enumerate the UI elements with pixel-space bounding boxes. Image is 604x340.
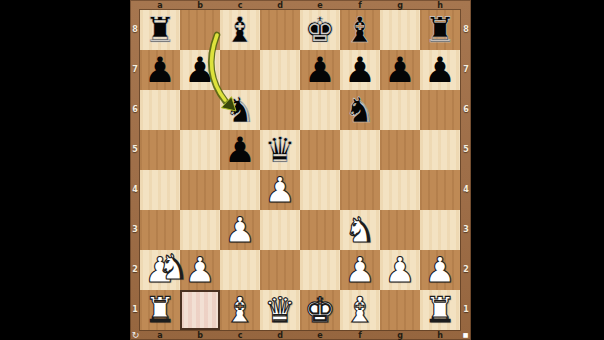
rank-label-6-right: 6	[461, 90, 471, 130]
square-c1[interactable]: ♝	[220, 290, 260, 330]
square-e3[interactable]	[300, 210, 340, 250]
white-pawn[interactable]: ♟	[380, 250, 420, 290]
square-c3[interactable]: ♟	[220, 210, 260, 250]
square-f3[interactable]: ♞	[340, 210, 380, 250]
rank-label-2-left: 2	[130, 250, 140, 290]
white-pawn[interactable]: ♟	[260, 170, 300, 210]
square-c4[interactable]	[220, 170, 260, 210]
black-bishop[interactable]: ♝	[340, 10, 380, 50]
square-e4[interactable]	[300, 170, 340, 210]
square-e5[interactable]	[300, 130, 340, 170]
square-h1[interactable]: ♜	[420, 290, 460, 330]
square-f5[interactable]	[340, 130, 380, 170]
white-pawn[interactable]: ♟	[340, 250, 380, 290]
square-c5[interactable]: ♟	[220, 130, 260, 170]
square-f7[interactable]: ♟	[340, 50, 380, 90]
square-g7[interactable]: ♟	[380, 50, 420, 90]
file-label-a-bottom: a	[140, 330, 180, 340]
chess-board: ♜♝♚♝♜♟♟♟♟♟♟♞♞♟♛♟♟♞♟♟♟♟♟♜♝♛♚♝♜ ↻ ■ aabbcc…	[130, 0, 471, 340]
black-pawn[interactable]: ♟	[180, 50, 220, 90]
square-d4[interactable]: ♟	[260, 170, 300, 210]
white-rook[interactable]: ♜	[420, 290, 460, 330]
square-d3[interactable]	[260, 210, 300, 250]
black-knight[interactable]: ♞	[220, 90, 260, 130]
square-b3[interactable]	[180, 210, 220, 250]
rank-label-3-right: 3	[461, 210, 471, 250]
square-c8[interactable]: ♝	[220, 10, 260, 50]
file-label-d-top: d	[260, 0, 300, 10]
black-knight[interactable]: ♞	[340, 90, 380, 130]
rank-label-5-left: 5	[130, 130, 140, 170]
square-a6[interactable]	[140, 90, 180, 130]
square-d6[interactable]	[260, 90, 300, 130]
black-pawn[interactable]: ♟	[380, 50, 420, 90]
rank-label-8-right: 8	[461, 10, 471, 50]
file-label-f-top: f	[340, 0, 380, 10]
square-g3[interactable]	[380, 210, 420, 250]
corner-square-icon: ■	[460, 330, 471, 340]
rank-label-7-right: 7	[461, 50, 471, 90]
square-e1[interactable]: ♚	[300, 290, 340, 330]
black-queen[interactable]: ♛	[260, 130, 300, 170]
square-e8[interactable]: ♚	[300, 10, 340, 50]
square-d8[interactable]	[260, 10, 300, 50]
square-f4[interactable]	[340, 170, 380, 210]
square-h2[interactable]: ♟	[420, 250, 460, 290]
square-c6[interactable]: ♞	[220, 90, 260, 130]
file-label-d-bottom: d	[260, 330, 300, 340]
square-e6[interactable]	[300, 90, 340, 130]
black-pawn[interactable]: ♟	[220, 130, 260, 170]
square-d1[interactable]: ♛	[260, 290, 300, 330]
white-king[interactable]: ♚	[300, 290, 340, 330]
square-g4[interactable]	[380, 170, 420, 210]
square-c2[interactable]	[220, 250, 260, 290]
square-h4[interactable]	[420, 170, 460, 210]
black-rook[interactable]: ♜	[140, 10, 180, 50]
square-h8[interactable]: ♜	[420, 10, 460, 50]
square-b1[interactable]	[180, 290, 220, 330]
file-label-b-top: b	[180, 0, 220, 10]
rank-label-3-left: 3	[130, 210, 140, 250]
square-h6[interactable]	[420, 90, 460, 130]
white-pawn[interactable]: ♟	[420, 250, 460, 290]
square-a7[interactable]: ♟	[140, 50, 180, 90]
square-g2[interactable]: ♟	[380, 250, 420, 290]
white-rook[interactable]: ♜	[140, 290, 180, 330]
file-label-h-bottom: h	[420, 330, 460, 340]
file-label-e-top: e	[300, 0, 340, 10]
square-b5[interactable]	[180, 130, 220, 170]
square-h7[interactable]: ♟	[420, 50, 460, 90]
rank-label-7-left: 7	[130, 50, 140, 90]
black-pawn[interactable]: ♟	[420, 50, 460, 90]
square-a8[interactable]: ♜	[140, 10, 180, 50]
square-a1[interactable]: ♜	[140, 290, 180, 330]
square-c7[interactable]	[220, 50, 260, 90]
rank-label-1-right: 1	[461, 290, 471, 330]
square-b8[interactable]	[180, 10, 220, 50]
file-label-a-top: a	[140, 0, 180, 10]
file-label-c-bottom: c	[220, 330, 260, 340]
square-g1[interactable]	[380, 290, 420, 330]
square-b7[interactable]: ♟	[180, 50, 220, 90]
square-h3[interactable]	[420, 210, 460, 250]
rank-label-5-right: 5	[461, 130, 471, 170]
white-knight[interactable]: ♞	[340, 210, 380, 250]
square-e7[interactable]: ♟	[300, 50, 340, 90]
square-g8[interactable]	[380, 10, 420, 50]
file-label-g-top: g	[380, 0, 420, 10]
square-h5[interactable]	[420, 130, 460, 170]
file-label-e-bottom: e	[300, 330, 340, 340]
black-king[interactable]: ♚	[300, 10, 340, 50]
file-label-f-bottom: f	[340, 330, 380, 340]
rank-label-4-left: 4	[130, 170, 140, 210]
square-a4[interactable]	[140, 170, 180, 210]
square-d7[interactable]	[260, 50, 300, 90]
black-pawn[interactable]: ♟	[340, 50, 380, 90]
square-d5[interactable]: ♛	[260, 130, 300, 170]
file-label-b-bottom: b	[180, 330, 220, 340]
square-b4[interactable]	[180, 170, 220, 210]
black-rook[interactable]: ♜	[420, 10, 460, 50]
white-bishop[interactable]: ♝	[220, 290, 260, 330]
square-d2[interactable]	[260, 250, 300, 290]
square-e2[interactable]	[300, 250, 340, 290]
white-pawn[interactable]: ♟	[220, 210, 260, 250]
square-f1[interactable]: ♝	[340, 290, 380, 330]
white-bishop[interactable]: ♝	[340, 290, 380, 330]
rank-label-1-left: 1	[130, 290, 140, 330]
screenshot-stage: ♜♝♚♝♜♟♟♟♟♟♟♞♞♟♛♟♟♞♟♟♟♟♟♜♝♛♚♝♜ ↻ ■ aabbcc…	[0, 0, 604, 340]
white-queen[interactable]: ♛	[260, 290, 300, 330]
rank-label-4-right: 4	[461, 170, 471, 210]
square-f2[interactable]: ♟	[340, 250, 380, 290]
square-g5[interactable]	[380, 130, 420, 170]
square-a5[interactable]	[140, 130, 180, 170]
square-f8[interactable]: ♝	[340, 10, 380, 50]
black-pawn[interactable]: ♟	[140, 50, 180, 90]
square-f6[interactable]: ♞	[340, 90, 380, 130]
file-label-h-top: h	[420, 0, 460, 10]
rank-label-8-left: 8	[130, 10, 140, 50]
square-g6[interactable]	[380, 90, 420, 130]
square-a3[interactable]	[140, 210, 180, 250]
rank-label-6-left: 6	[130, 90, 140, 130]
square-b6[interactable]	[180, 90, 220, 130]
file-label-c-top: c	[220, 0, 260, 10]
file-label-g-bottom: g	[380, 330, 420, 340]
rank-label-2-right: 2	[461, 250, 471, 290]
black-pawn[interactable]: ♟	[300, 50, 340, 90]
black-bishop[interactable]: ♝	[220, 10, 260, 50]
white-knight-animating[interactable]: ♞	[153, 247, 193, 287]
